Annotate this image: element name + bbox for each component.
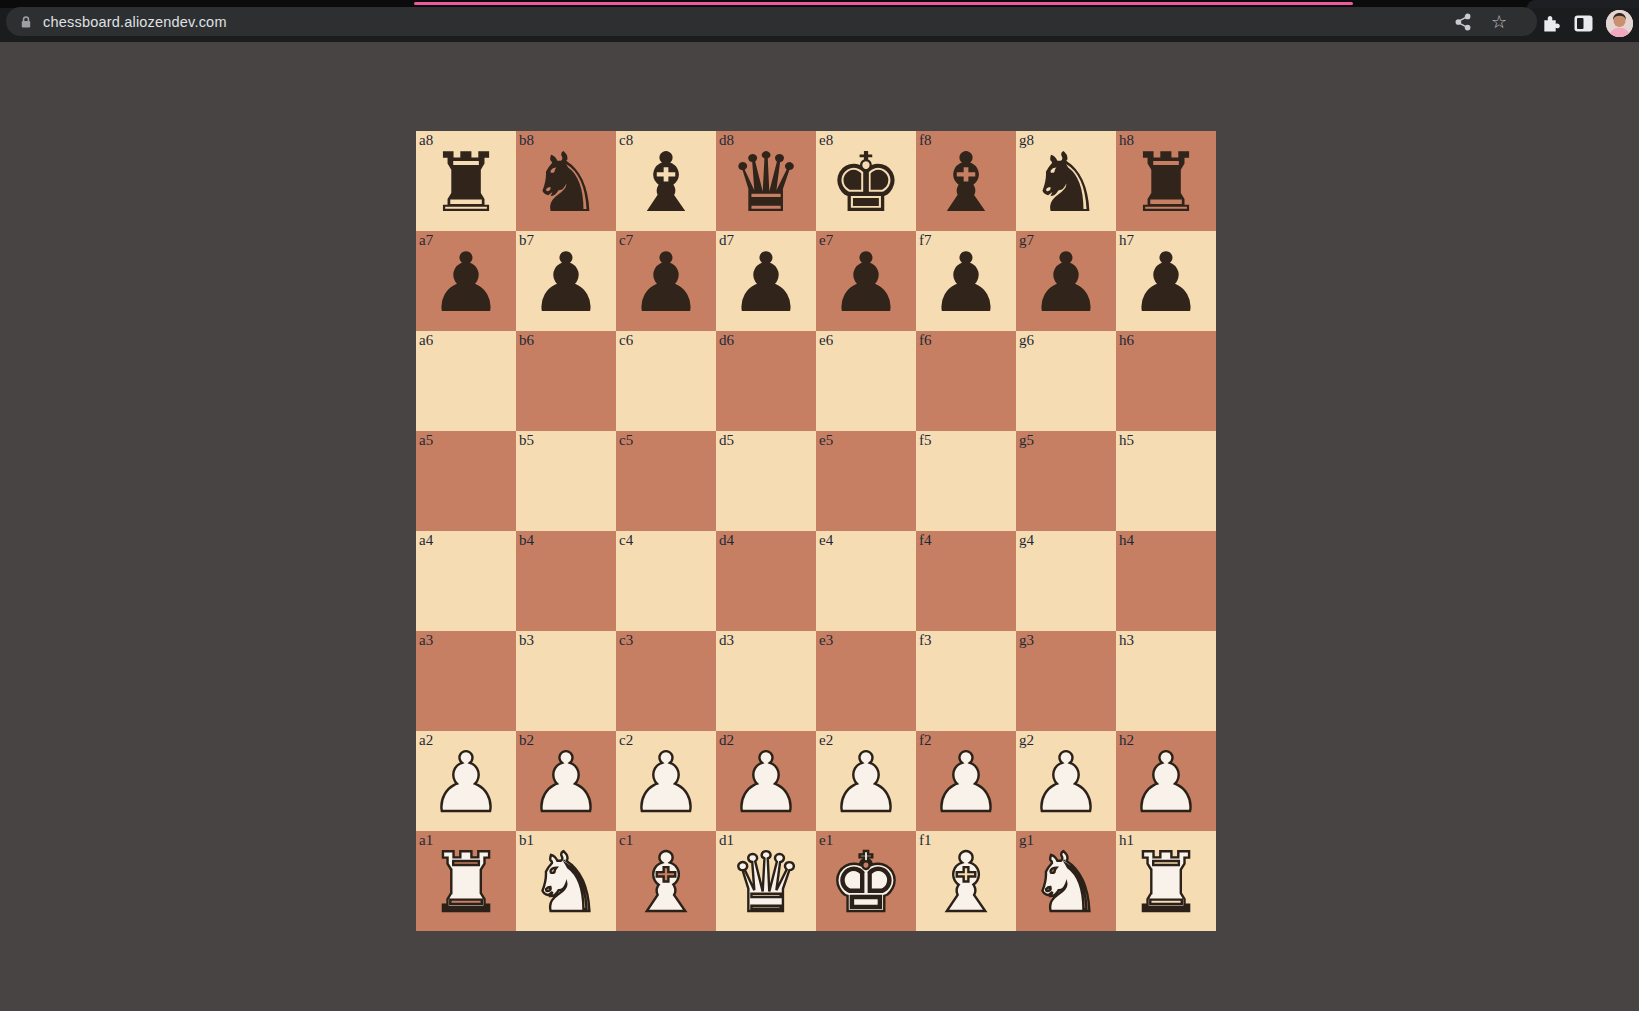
square-label-b3: b3 [519, 631, 534, 649]
piece-white-pawn[interactable]: ♟ [516, 731, 616, 831]
square-a8[interactable]: a8♜ [416, 131, 516, 231]
chess-board: a8♜b8♞c8♝d8♛e8♚f8♝g8♞h8♜a7♟b7♟c7♟d7♟e7♟f… [416, 131, 1216, 931]
square-g3[interactable]: g3 [1016, 631, 1116, 731]
square-e2[interactable]: e2♟ [816, 731, 916, 831]
square-label-c4: c4 [619, 531, 633, 549]
square-label-f5: f5 [919, 431, 932, 449]
piece-white-pawn[interactable]: ♟ [916, 731, 1016, 831]
square-g8[interactable]: g8♞ [1016, 131, 1116, 231]
square-label-f4: f4 [919, 531, 932, 549]
square-a6[interactable]: a6 [416, 331, 516, 431]
square-c8[interactable]: c8♝ [616, 131, 716, 231]
square-f1[interactable]: f1♝ [916, 831, 1016, 931]
square-g4[interactable]: g4 [1016, 531, 1116, 631]
piece-black-knight[interactable]: ♞ [1016, 131, 1116, 231]
square-label-e3: e3 [819, 631, 833, 649]
square-label-e4: e4 [819, 531, 833, 549]
square-h3[interactable]: h3 [1116, 631, 1216, 731]
square-f4[interactable]: f4 [916, 531, 1016, 631]
square-g2[interactable]: g2♟ [1016, 731, 1116, 831]
square-label-c5: c5 [619, 431, 633, 449]
bookmark-star-icon[interactable]: ☆ [1489, 12, 1509, 32]
piece-white-rook[interactable]: ♜ [416, 831, 516, 931]
share-icon[interactable] [1453, 12, 1473, 32]
browser-toolbar: chessboard.aliozendev.com ☆ [0, 8, 1639, 42]
square-c6[interactable]: c6 [616, 331, 716, 431]
square-label-h5: h5 [1119, 431, 1134, 449]
square-d8[interactable]: d8♛ [716, 131, 816, 231]
square-label-c6: c6 [619, 331, 633, 349]
piece-black-pawn[interactable]: ♟ [516, 231, 616, 331]
tab-accent-line [414, 2, 1353, 5]
square-c3[interactable]: c3 [616, 631, 716, 731]
square-label-a6: a6 [419, 331, 433, 349]
square-f7[interactable]: f7♟ [916, 231, 1016, 331]
square-d2[interactable]: d2♟ [716, 731, 816, 831]
square-label-h6: h6 [1119, 331, 1134, 349]
piece-white-pawn[interactable]: ♟ [816, 731, 916, 831]
square-d6[interactable]: d6 [716, 331, 816, 431]
piece-black-bishop[interactable]: ♝ [616, 131, 716, 231]
square-d3[interactable]: d3 [716, 631, 816, 731]
square-f3[interactable]: f3 [916, 631, 1016, 731]
square-h1[interactable]: h1♜ [1116, 831, 1216, 931]
square-label-a3: a3 [419, 631, 433, 649]
piece-black-knight[interactable]: ♞ [516, 131, 616, 231]
square-g1[interactable]: g1♞ [1016, 831, 1116, 931]
square-label-f6: f6 [919, 331, 932, 349]
square-a3[interactable]: a3 [416, 631, 516, 731]
square-b1[interactable]: b1♞ [516, 831, 616, 931]
square-a4[interactable]: a4 [416, 531, 516, 631]
square-g5[interactable]: g5 [1016, 431, 1116, 531]
piece-black-king[interactable]: ♚ [816, 131, 916, 231]
square-e8[interactable]: e8♚ [816, 131, 916, 231]
square-label-a5: a5 [419, 431, 433, 449]
extensions-puzzle-icon[interactable] [1540, 14, 1560, 34]
square-f6[interactable]: f6 [916, 331, 1016, 431]
square-a2[interactable]: a2♟ [416, 731, 516, 831]
piece-black-pawn[interactable]: ♟ [716, 231, 816, 331]
square-g7[interactable]: g7♟ [1016, 231, 1116, 331]
square-a7[interactable]: a7♟ [416, 231, 516, 331]
square-h6[interactable]: h6 [1116, 331, 1216, 431]
piece-black-pawn[interactable]: ♟ [1016, 231, 1116, 331]
square-a5[interactable]: a5 [416, 431, 516, 531]
square-c1[interactable]: c1♝ [616, 831, 716, 931]
piece-white-pawn[interactable]: ♟ [416, 731, 516, 831]
square-c2[interactable]: c2♟ [616, 731, 716, 831]
titlebar-corner [1527, 0, 1639, 8]
piece-white-pawn[interactable]: ♟ [616, 731, 716, 831]
square-e5[interactable]: e5 [816, 431, 916, 531]
piece-white-bishop[interactable]: ♝ [916, 831, 1016, 931]
square-b6[interactable]: b6 [516, 331, 616, 431]
square-e6[interactable]: e6 [816, 331, 916, 431]
square-h4[interactable]: h4 [1116, 531, 1216, 631]
piece-white-pawn[interactable]: ♟ [1016, 731, 1116, 831]
square-e1[interactable]: e1♚ [816, 831, 916, 931]
star-glyph: ☆ [1491, 13, 1507, 31]
square-h8[interactable]: h8♜ [1116, 131, 1216, 231]
piece-black-pawn[interactable]: ♟ [816, 231, 916, 331]
square-b2[interactable]: b2♟ [516, 731, 616, 831]
square-d4[interactable]: d4 [716, 531, 816, 631]
square-label-h3: h3 [1119, 631, 1134, 649]
side-panel-icon[interactable] [1573, 14, 1593, 34]
square-f5[interactable]: f5 [916, 431, 1016, 531]
piece-white-queen[interactable]: ♛ [716, 831, 816, 931]
square-d5[interactable]: d5 [716, 431, 816, 531]
square-b8[interactable]: b8♞ [516, 131, 616, 231]
piece-black-queen[interactable]: ♛ [716, 131, 816, 231]
square-h2[interactable]: h2♟ [1116, 731, 1216, 831]
browser-window: chessboard.aliozendev.com ☆ [0, 0, 1639, 1011]
square-label-b5: b5 [519, 431, 534, 449]
piece-white-knight[interactable]: ♞ [516, 831, 616, 931]
square-b3[interactable]: b3 [516, 631, 616, 731]
square-label-g3: g3 [1019, 631, 1034, 649]
square-d7[interactable]: d7♟ [716, 231, 816, 331]
square-label-f3: f3 [919, 631, 932, 649]
square-label-g5: g5 [1019, 431, 1034, 449]
square-g6[interactable]: g6 [1016, 331, 1116, 431]
square-b7[interactable]: b7♟ [516, 231, 616, 331]
profile-avatar[interactable] [1606, 10, 1633, 37]
square-b4[interactable]: b4 [516, 531, 616, 631]
square-f2[interactable]: f2♟ [916, 731, 1016, 831]
square-label-b6: b6 [519, 331, 534, 349]
piece-white-pawn[interactable]: ♟ [716, 731, 816, 831]
square-label-a4: a4 [419, 531, 433, 549]
square-e3[interactable]: e3 [816, 631, 916, 731]
square-label-g4: g4 [1019, 531, 1034, 549]
square-a1[interactable]: a1♜ [416, 831, 516, 931]
page-content: a8♜b8♞c8♝d8♛e8♚f8♝g8♞h8♜a7♟b7♟c7♟d7♟e7♟f… [0, 42, 1639, 1011]
square-h5[interactable]: h5 [1116, 431, 1216, 531]
square-h7[interactable]: h7♟ [1116, 231, 1216, 331]
square-c5[interactable]: c5 [616, 431, 716, 531]
square-label-d3: d3 [719, 631, 734, 649]
square-c4[interactable]: c4 [616, 531, 716, 631]
square-c7[interactable]: c7♟ [616, 231, 716, 331]
url-text[interactable]: chessboard.aliozendev.com [43, 14, 227, 30]
square-label-d4: d4 [719, 531, 734, 549]
square-label-d5: d5 [719, 431, 734, 449]
piece-white-bishop[interactable]: ♝ [616, 831, 716, 931]
piece-white-king[interactable]: ♚ [816, 831, 916, 931]
lock-icon[interactable] [19, 14, 33, 30]
piece-black-pawn[interactable]: ♟ [416, 231, 516, 331]
square-d1[interactable]: d1♛ [716, 831, 816, 931]
square-label-e5: e5 [819, 431, 833, 449]
square-e4[interactable]: e4 [816, 531, 916, 631]
piece-white-knight[interactable]: ♞ [1016, 831, 1116, 931]
piece-white-rook[interactable]: ♜ [1116, 831, 1216, 931]
square-label-g6: g6 [1019, 331, 1034, 349]
piece-black-pawn[interactable]: ♟ [916, 231, 1016, 331]
square-label-b4: b4 [519, 531, 534, 549]
square-b5[interactable]: b5 [516, 431, 616, 531]
square-label-h4: h4 [1119, 531, 1134, 549]
square-label-e6: e6 [819, 331, 833, 349]
square-label-c3: c3 [619, 631, 633, 649]
square-label-d6: d6 [719, 331, 734, 349]
piece-black-bishop[interactable]: ♝ [916, 131, 1016, 231]
square-f8[interactable]: f8♝ [916, 131, 1016, 231]
piece-black-pawn[interactable]: ♟ [1116, 231, 1216, 331]
piece-white-pawn[interactable]: ♟ [1116, 731, 1216, 831]
square-e7[interactable]: e7♟ [816, 231, 916, 331]
address-bar[interactable]: chessboard.aliozendev.com ☆ [6, 7, 1537, 36]
piece-black-rook[interactable]: ♜ [1116, 131, 1216, 231]
piece-black-rook[interactable]: ♜ [416, 131, 516, 231]
piece-black-pawn[interactable]: ♟ [616, 231, 716, 331]
